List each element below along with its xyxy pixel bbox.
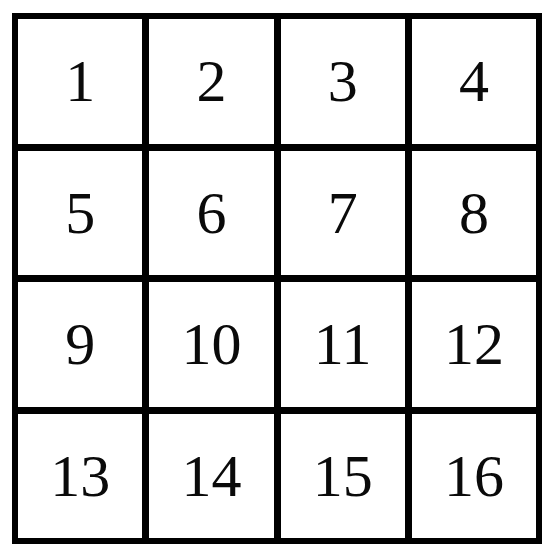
cell-r2c3: 7: [281, 151, 405, 276]
cell-r1c2: 2: [149, 19, 273, 144]
cell-r2c1: 5: [18, 151, 142, 276]
cell-r3c3: 11: [281, 282, 405, 407]
cell-r3c1: 9: [18, 282, 142, 407]
cell-r4c3: 15: [281, 414, 405, 539]
cell-r2c4: 8: [412, 151, 536, 276]
cell-r1c4: 4: [412, 19, 536, 144]
cell-r4c1: 13: [18, 414, 142, 539]
cell-r4c4: 16: [412, 414, 536, 539]
cell-r3c4: 12: [412, 282, 536, 407]
number-grid-board: 1 2 3 4 5 6 7 8 9 10 11 12 13 14 15 16: [12, 13, 542, 544]
cell-r3c2: 10: [149, 282, 273, 407]
cell-r1c1: 1: [18, 19, 142, 144]
cell-r2c2: 6: [149, 151, 273, 276]
cell-r4c2: 14: [149, 414, 273, 539]
cell-r1c3: 3: [281, 19, 405, 144]
